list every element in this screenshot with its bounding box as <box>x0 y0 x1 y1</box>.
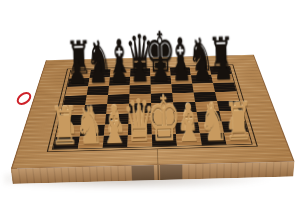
square-a2: ♟ <box>56 125 82 137</box>
square-h2: ♟ <box>222 121 248 133</box>
square-a1: ♜ <box>53 136 80 149</box>
square-f2: ♟ <box>175 122 200 134</box>
square-c2: ♟ <box>104 124 128 136</box>
square-a5 <box>63 95 87 105</box>
square-f1: ♝ <box>176 133 202 145</box>
square-h1: ♜ <box>224 132 251 144</box>
square-g3 <box>197 111 222 122</box>
square-b3 <box>82 114 106 125</box>
hinge-right <box>160 164 183 180</box>
board-frame: ♜♞♝♛♚♝♞♜♟♟♟♟♟♟♟♟♟♟♟♟♟♟♟♟♜♞♝♛♚♝♞♜ <box>11 55 295 169</box>
square-g6 <box>192 83 215 92</box>
squares-grid: ♜♞♝♛♚♝♞♜♟♟♟♟♟♟♟♟♟♟♟♟♟♟♟♟♜♞♝♛♚♝♞♜ <box>52 66 253 150</box>
square-c6 <box>108 85 130 94</box>
square-e1: ♚ <box>152 134 177 147</box>
fold-seam <box>157 165 159 180</box>
black-rook: ♜ <box>208 33 235 75</box>
square-d2: ♟ <box>128 123 152 135</box>
square-h3 <box>219 111 245 122</box>
perspective-scene: ♜♞♝♛♚♝♞♜♟♟♟♟♟♟♟♟♟♟♟♟♟♟♟♟♜♞♝♛♚♝♞♜ <box>28 0 274 199</box>
square-c1: ♝ <box>103 135 128 148</box>
square-c3 <box>105 113 129 124</box>
square-b5 <box>85 95 108 105</box>
square-h7: ♟ <box>211 74 234 83</box>
square-g7: ♟ <box>191 75 213 84</box>
square-b1: ♞ <box>78 136 104 149</box>
chess-board: ♜♞♝♛♚♝♞♜♟♟♟♟♟♟♟♟♟♟♟♟♟♟♟♟♜♞♝♛♚♝♞♜ <box>11 55 295 169</box>
square-d3 <box>128 113 151 124</box>
square-b4 <box>83 104 107 115</box>
square-g2: ♟ <box>198 122 224 134</box>
black-knight: ♞ <box>86 36 113 78</box>
chess-set-photo: ♜♞♝♛♚♝♞♜♟♟♟♟♟♟♟♟♟♟♟♟♟♟♟♟♜♞♝♛♚♝♞♜ <box>0 0 300 199</box>
square-f5 <box>172 92 195 102</box>
square-g1: ♞ <box>200 133 227 145</box>
square-c4 <box>106 104 129 115</box>
square-f3 <box>174 112 198 123</box>
square-f7: ♟ <box>171 75 193 84</box>
black-bishop: ♝ <box>106 36 133 78</box>
square-a3 <box>58 115 83 126</box>
square-h4 <box>217 101 242 111</box>
square-g4 <box>195 101 219 111</box>
square-d4 <box>129 103 152 114</box>
square-b2: ♟ <box>80 125 105 137</box>
square-e3 <box>151 112 175 123</box>
square-e4 <box>151 102 174 112</box>
playing-area-border: ♜♞♝♛♚♝♞♜♟♟♟♟♟♟♟♟♟♟♟♟♟♟♟♟♜♞♝♛♚♝♞♜ <box>47 64 258 152</box>
black-rook: ♜ <box>65 37 92 79</box>
fold-seam-top <box>156 149 158 164</box>
square-e2: ♟ <box>152 123 176 135</box>
square-h5 <box>215 91 239 101</box>
square-d5 <box>129 94 151 104</box>
hinge-left <box>131 165 154 181</box>
square-e6 <box>151 84 173 93</box>
square-a4 <box>61 105 85 116</box>
square-d1: ♛ <box>127 135 152 148</box>
square-f4 <box>173 102 197 112</box>
square-b6 <box>87 86 109 95</box>
square-h6 <box>213 83 236 92</box>
square-e7: ♟ <box>150 76 171 85</box>
